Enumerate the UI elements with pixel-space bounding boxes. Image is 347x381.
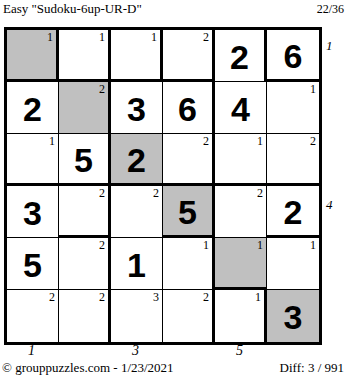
candidate-count: 1 [310,82,316,96]
candidate-count: 1 [47,30,53,44]
cell-r3c3[interactable]: 2 [111,134,163,186]
candidate-count: 1 [257,238,263,252]
given-number: 5 [23,248,42,282]
cell-r2c4[interactable]: 6 [163,82,215,134]
cell-r2c2[interactable]: 2 [59,82,111,134]
cell-r1c5[interactable]: 2 [215,30,267,82]
cell-r4c4[interactable]: 5 [163,186,215,238]
given-number: 2 [127,143,146,177]
cell-r3c4[interactable]: 2 [163,134,215,186]
given-number: 3 [23,196,42,230]
candidate-count: 2 [49,290,55,304]
cell-r4c1[interactable]: 3 [7,186,59,238]
cell-r1c4[interactable]: 2 [163,30,215,82]
candidate-count: 1 [203,238,209,252]
cell-r5c6[interactable]: 1 [267,238,319,290]
cell-r4c3[interactable]: 2 [111,186,163,238]
cell-r6c2[interactable]: 2 [59,290,111,342]
candidate-count: 2 [203,30,209,44]
cell-r5c1[interactable]: 5 [7,238,59,290]
candidate-count: 2 [99,290,105,304]
cell-r3c6[interactable]: 2 [267,134,319,186]
page-title: Easy "Sudoku-6up-UR-D" [3,1,142,17]
candidate-count: 2 [203,290,209,304]
given-number: 3 [284,300,303,334]
cell-r6c3[interactable]: 3 [111,290,163,342]
given-number: 3 [127,92,146,126]
candidate-count: 1 [151,30,157,44]
cell-r4c5[interactable]: 2 [215,186,267,238]
candidate-count: 2 [203,134,209,148]
cell-r2c1[interactable]: 2 [7,82,59,134]
cell-r1c1[interactable]: 1 [7,30,59,82]
sudoku-board: 111226223641152212322522521111223213 [4,27,322,345]
cell-r5c2[interactable]: 2 [59,238,111,290]
candidate-count: 1 [257,134,263,148]
copyright: © grouppuzzles.com - 1/23/2021 [2,360,174,376]
row-label-4: 4 [326,197,333,213]
cell-r4c2[interactable]: 2 [59,186,111,238]
cell-r4c6[interactable]: 2 [267,186,319,238]
candidate-count: 2 [310,134,316,148]
given-number: 5 [178,195,197,229]
candidate-count: 2 [99,82,105,96]
empty-cell-counter: 22/36 [317,2,344,17]
cell-r1c6[interactable]: 6 [267,30,319,82]
given-number: 2 [284,195,303,229]
candidate-count: 2 [99,238,105,252]
candidate-count: 1 [99,30,105,44]
candidate-count: 1 [49,134,55,148]
cell-r5c5[interactable]: 1 [215,238,267,290]
candidate-count: 2 [153,186,159,200]
cell-r3c2[interactable]: 5 [59,134,111,186]
cell-r3c1[interactable]: 1 [7,134,59,186]
cell-r6c6[interactable]: 3 [267,290,319,342]
candidate-count: 1 [310,238,316,252]
col-label-5: 5 [236,343,243,359]
cell-r6c1[interactable]: 2 [7,290,59,342]
cell-r6c4[interactable]: 2 [163,290,215,342]
cell-r5c4[interactable]: 1 [163,238,215,290]
cell-r3c5[interactable]: 1 [215,134,267,186]
given-number: 4 [231,92,250,126]
cell-r6c5[interactable]: 1 [215,290,267,342]
cell-r2c6[interactable]: 1 [267,82,319,134]
cell-r1c3[interactable]: 1 [111,30,163,82]
given-number: 5 [74,143,93,177]
cell-r2c3[interactable]: 3 [111,82,163,134]
candidate-count: 2 [99,186,105,200]
given-number: 6 [284,39,303,73]
given-number: 6 [178,92,197,126]
given-number: 2 [23,92,42,126]
given-number: 2 [230,40,249,74]
col-label-3: 3 [132,343,139,359]
given-number: 1 [127,248,146,282]
cell-r5c3[interactable]: 1 [111,238,163,290]
candidate-count: 1 [255,290,261,304]
candidate-count: 3 [153,290,159,304]
col-label-1: 1 [28,343,35,359]
row-label-1: 1 [326,38,333,54]
cell-r2c5[interactable]: 4 [215,82,267,134]
candidate-count: 2 [257,186,263,200]
cell-r1c2[interactable]: 1 [59,30,111,82]
difficulty: Diff: 3 / 991 [280,360,344,376]
